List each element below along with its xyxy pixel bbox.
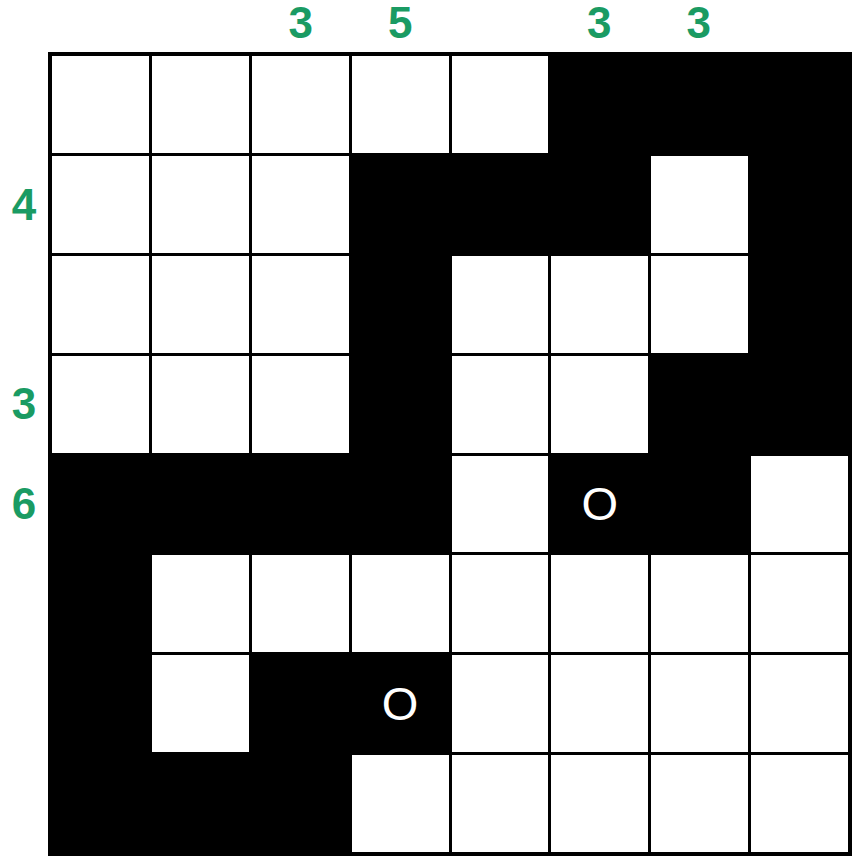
row-clue-4: 3 — [0, 355, 48, 455]
cell-r5-c4[interactable] — [352, 456, 449, 553]
cell-r4-c6[interactable] — [551, 356, 648, 453]
cell-r4-c8[interactable] — [751, 356, 848, 453]
cell-r7-c1[interactable] — [52, 655, 149, 752]
snake-endpoint-marker: O — [582, 480, 619, 527]
row-clue-3 — [0, 255, 48, 355]
cell-r6-c6[interactable] — [551, 555, 648, 652]
col-clue-7: 3 — [649, 0, 749, 52]
cell-r3-c1[interactable] — [52, 256, 149, 353]
cell-r2-c2[interactable] — [152, 156, 249, 253]
cell-r3-c6[interactable] — [551, 256, 648, 353]
col-clue-1 — [52, 0, 152, 52]
row-clue-5: 6 — [0, 454, 48, 554]
snake-endpoint-marker: O — [382, 680, 419, 727]
cell-r4-c1[interactable] — [52, 356, 149, 453]
cell-r2-c5[interactable] — [452, 156, 549, 253]
row-clue-1 — [0, 56, 48, 156]
cell-r4-c5[interactable] — [452, 356, 549, 453]
col-clue-5 — [450, 0, 550, 52]
row-clue-2: 4 — [0, 156, 48, 256]
cell-r7-c6[interactable] — [551, 655, 648, 752]
cell-r3-c4[interactable] — [352, 256, 449, 353]
col-clue-2 — [152, 0, 252, 52]
cell-r6-c4[interactable] — [352, 555, 449, 652]
cell-r5-c3[interactable] — [252, 456, 349, 553]
cell-r8-c6[interactable] — [551, 755, 648, 852]
cell-r1-c4[interactable] — [352, 56, 449, 153]
cell-r7-c8[interactable] — [751, 655, 848, 752]
cell-r3-c2[interactable] — [152, 256, 249, 353]
cell-r2-c4[interactable] — [352, 156, 449, 253]
cell-r1-c6[interactable] — [551, 56, 648, 153]
board: OO — [48, 52, 852, 856]
cell-r6-c1[interactable] — [52, 555, 149, 652]
cell-r4-c4[interactable] — [352, 356, 449, 453]
cell-r1-c2[interactable] — [152, 56, 249, 153]
cell-r6-c7[interactable] — [651, 555, 748, 652]
cell-r8-c3[interactable] — [252, 755, 349, 852]
cell-r5-c7[interactable] — [651, 456, 748, 553]
cell-r8-c7[interactable] — [651, 755, 748, 852]
cell-r7-c7[interactable] — [651, 655, 748, 752]
cell-r1-c8[interactable] — [751, 56, 848, 153]
cell-r1-c3[interactable] — [252, 56, 349, 153]
cell-r6-c3[interactable] — [252, 555, 349, 652]
cell-r2-c3[interactable] — [252, 156, 349, 253]
cell-r7-c4[interactable]: O — [352, 655, 449, 752]
cell-r2-c1[interactable] — [52, 156, 149, 253]
col-clue-6: 3 — [550, 0, 650, 52]
column-clues: 3 5 3 3 — [52, 0, 848, 52]
cell-r4-c3[interactable] — [252, 356, 349, 453]
row-clue-7 — [0, 653, 48, 753]
cell-r7-c3[interactable] — [252, 655, 349, 752]
cell-r6-c8[interactable] — [751, 555, 848, 652]
cell-r1-c1[interactable] — [52, 56, 149, 153]
row-clue-6 — [0, 554, 48, 654]
cell-r8-c4[interactable] — [352, 755, 449, 852]
cell-r4-c7[interactable] — [651, 356, 748, 453]
cell-r5-c6[interactable]: O — [551, 456, 648, 553]
col-clue-3: 3 — [251, 0, 351, 52]
row-clue-8 — [0, 753, 48, 853]
cell-r1-c5[interactable] — [452, 56, 549, 153]
cell-r1-c7[interactable] — [651, 56, 748, 153]
cell-r3-c5[interactable] — [452, 256, 549, 353]
cell-r2-c8[interactable] — [751, 156, 848, 253]
cell-r5-c1[interactable] — [52, 456, 149, 553]
col-clue-4: 5 — [351, 0, 451, 52]
cell-r5-c5[interactable] — [452, 456, 549, 553]
cell-r5-c2[interactable] — [152, 456, 249, 553]
cell-r3-c3[interactable] — [252, 256, 349, 353]
cell-r8-c5[interactable] — [452, 755, 549, 852]
snake-puzzle: 3 5 3 3 4 3 6 OO — [0, 0, 860, 860]
cell-r8-c2[interactable] — [152, 755, 249, 852]
cell-r3-c8[interactable] — [751, 256, 848, 353]
cell-r8-c1[interactable] — [52, 755, 149, 852]
cell-r7-c5[interactable] — [452, 655, 549, 752]
cell-r2-c6[interactable] — [551, 156, 648, 253]
cell-r5-c8[interactable] — [751, 456, 848, 553]
cell-r6-c5[interactable] — [452, 555, 549, 652]
cell-r8-c8[interactable] — [751, 755, 848, 852]
cell-r7-c2[interactable] — [152, 655, 249, 752]
cell-r4-c2[interactable] — [152, 356, 249, 453]
row-clues: 4 3 6 — [0, 56, 48, 852]
cell-r3-c7[interactable] — [651, 256, 748, 353]
cell-r2-c7[interactable] — [651, 156, 748, 253]
col-clue-8 — [749, 0, 849, 52]
cell-r6-c2[interactable] — [152, 555, 249, 652]
